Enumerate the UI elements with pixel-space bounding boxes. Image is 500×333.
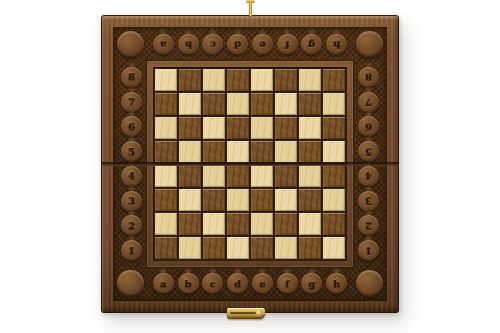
rank-label: 4 xyxy=(128,171,135,181)
square[interactable] xyxy=(227,165,249,187)
square[interactable] xyxy=(227,213,249,235)
rank-label: 7 xyxy=(365,97,372,107)
file-label: c xyxy=(210,40,216,50)
square[interactable] xyxy=(251,237,273,259)
square[interactable] xyxy=(203,237,225,259)
square[interactable] xyxy=(179,93,201,115)
file-labels-bottom: abcdefgh xyxy=(149,267,351,300)
rank-label: 2 xyxy=(128,221,135,231)
square[interactable] xyxy=(155,213,177,235)
square[interactable] xyxy=(155,237,177,259)
square[interactable] xyxy=(227,69,249,91)
rank-medallion: 1 xyxy=(121,240,142,261)
square[interactable] xyxy=(251,189,273,211)
square[interactable] xyxy=(155,165,177,187)
square[interactable] xyxy=(155,69,177,91)
square[interactable] xyxy=(155,189,177,211)
file-label: f xyxy=(285,40,289,50)
square[interactable] xyxy=(299,165,321,187)
square[interactable] xyxy=(155,93,177,115)
brass-clasp-icon xyxy=(227,308,265,319)
file-medallion: g xyxy=(301,34,322,55)
square[interactable] xyxy=(275,237,297,259)
square[interactable] xyxy=(323,117,345,139)
square[interactable] xyxy=(227,141,249,163)
rank-label: 7 xyxy=(128,97,135,107)
square[interactable] xyxy=(251,213,273,235)
chess-board: abcdefgh abcdefgh 87654321 87654321 xyxy=(101,15,399,313)
file-medallion: e xyxy=(252,273,273,294)
file-label: d xyxy=(234,279,241,289)
square[interactable] xyxy=(251,93,273,115)
file-label: d xyxy=(234,40,241,50)
rank-label: 6 xyxy=(128,122,135,132)
square[interactable] xyxy=(203,165,225,187)
square[interactable] xyxy=(251,141,273,163)
file-medallion: e xyxy=(252,34,273,55)
square[interactable] xyxy=(227,189,249,211)
square[interactable] xyxy=(275,93,297,115)
square[interactable] xyxy=(251,117,273,139)
square[interactable] xyxy=(299,117,321,139)
rank-label: 4 xyxy=(365,171,372,181)
file-label: h xyxy=(333,40,340,50)
square[interactable] xyxy=(203,69,225,91)
file-medallion: c xyxy=(202,34,223,55)
file-medallion: b xyxy=(178,34,199,55)
file-medallion: f xyxy=(277,273,298,294)
brass-pin-icon xyxy=(249,2,252,16)
file-label: e xyxy=(259,279,265,289)
corner-medallion-bottom-left xyxy=(117,270,144,297)
square[interactable] xyxy=(323,189,345,211)
square[interactable] xyxy=(323,237,345,259)
square[interactable] xyxy=(203,117,225,139)
square[interactable] xyxy=(323,141,345,163)
rank-label: 5 xyxy=(365,147,372,157)
square[interactable] xyxy=(251,69,273,91)
square[interactable] xyxy=(251,165,273,187)
file-medallion: h xyxy=(326,34,347,55)
square[interactable] xyxy=(179,237,201,259)
corner-medallion-bottom-right xyxy=(356,270,383,297)
square[interactable] xyxy=(299,93,321,115)
file-label: b xyxy=(185,279,192,289)
file-label: b xyxy=(185,40,192,50)
file-label: g xyxy=(308,279,315,289)
rank-label: 3 xyxy=(128,196,135,206)
square[interactable] xyxy=(323,213,345,235)
square[interactable] xyxy=(299,237,321,259)
square[interactable] xyxy=(299,69,321,91)
fold-seam xyxy=(101,162,399,166)
file-medallion: f xyxy=(277,34,298,55)
square[interactable] xyxy=(179,69,201,91)
square[interactable] xyxy=(275,165,297,187)
square[interactable] xyxy=(275,189,297,211)
rank-label: 8 xyxy=(365,72,372,82)
square[interactable] xyxy=(227,117,249,139)
square[interactable] xyxy=(203,189,225,211)
rank-label: 3 xyxy=(365,196,372,206)
square[interactable] xyxy=(179,165,201,187)
rank-label: 6 xyxy=(365,122,372,132)
square[interactable] xyxy=(203,93,225,115)
file-medallion: c xyxy=(202,273,223,294)
file-label: g xyxy=(308,40,315,50)
square[interactable] xyxy=(227,93,249,115)
corner-medallion-top-left xyxy=(117,31,144,58)
rank-medallion: 1 xyxy=(358,240,379,261)
square[interactable] xyxy=(299,213,321,235)
file-label: e xyxy=(259,40,265,50)
file-label: a xyxy=(160,40,166,50)
square[interactable] xyxy=(323,165,345,187)
file-medallion: h xyxy=(326,273,347,294)
file-medallion: a xyxy=(153,273,174,294)
square[interactable] xyxy=(227,237,249,259)
file-medallion: b xyxy=(178,273,199,294)
file-medallion: d xyxy=(227,34,248,55)
square[interactable] xyxy=(179,189,201,211)
square[interactable] xyxy=(179,213,201,235)
file-label: a xyxy=(160,279,166,289)
corner-medallion-top-right xyxy=(356,31,383,58)
file-medallion: g xyxy=(301,273,322,294)
square[interactable] xyxy=(179,117,201,139)
square[interactable] xyxy=(203,213,225,235)
square[interactable] xyxy=(179,141,201,163)
square[interactable] xyxy=(155,117,177,139)
file-labels-top: abcdefgh xyxy=(149,28,351,61)
rank-label: 2 xyxy=(365,221,372,231)
square[interactable] xyxy=(299,189,321,211)
file-medallion: a xyxy=(153,34,174,55)
photo-background: abcdefgh abcdefgh 87654321 87654321 xyxy=(0,0,500,333)
square[interactable] xyxy=(275,213,297,235)
rank-label: 1 xyxy=(365,246,372,256)
square[interactable] xyxy=(299,141,321,163)
rank-label: 8 xyxy=(128,72,135,82)
square[interactable] xyxy=(275,141,297,163)
file-label: f xyxy=(285,279,289,289)
file-medallion: d xyxy=(227,273,248,294)
square[interactable] xyxy=(155,141,177,163)
square[interactable] xyxy=(275,69,297,91)
square[interactable] xyxy=(203,141,225,163)
file-label: c xyxy=(210,279,216,289)
rank-label: 1 xyxy=(128,246,135,256)
rank-label: 5 xyxy=(128,147,135,157)
square[interactable] xyxy=(323,93,345,115)
file-label: h xyxy=(333,279,340,289)
square[interactable] xyxy=(323,69,345,91)
square[interactable] xyxy=(275,117,297,139)
